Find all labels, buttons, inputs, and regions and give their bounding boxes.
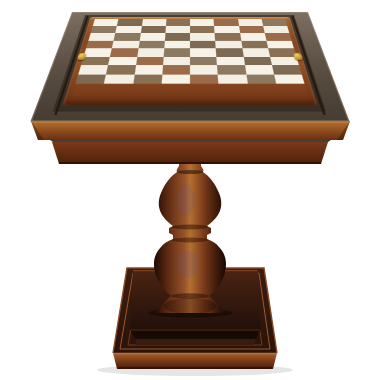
square-b6[interactable] xyxy=(114,33,141,40)
square-d5[interactable] xyxy=(164,40,190,48)
square-g4[interactable] xyxy=(242,48,270,56)
square-b7[interactable] xyxy=(116,26,142,33)
square-g8[interactable] xyxy=(238,19,263,26)
square-c4[interactable] xyxy=(137,48,164,56)
square-b8[interactable] xyxy=(117,19,142,26)
square-a8[interactable] xyxy=(93,19,119,26)
square-h6[interactable] xyxy=(264,33,291,40)
square-e4[interactable] xyxy=(190,48,217,56)
square-d7[interactable] xyxy=(165,26,190,33)
square-h8[interactable] xyxy=(261,19,287,26)
square-g3[interactable] xyxy=(243,57,272,66)
square-d2[interactable] xyxy=(162,65,190,74)
square-e2[interactable] xyxy=(190,65,218,74)
square-a6[interactable] xyxy=(88,33,115,40)
tabletop-surface xyxy=(30,12,349,121)
square-h7[interactable] xyxy=(263,26,289,33)
square-e3[interactable] xyxy=(190,57,217,66)
chess-table-photo xyxy=(0,0,380,380)
square-f8[interactable] xyxy=(214,19,239,26)
square-g1[interactable] xyxy=(246,74,276,84)
square-d1[interactable] xyxy=(161,74,190,84)
square-e7[interactable] xyxy=(190,26,215,33)
square-b5[interactable] xyxy=(112,40,139,48)
square-c3[interactable] xyxy=(136,57,164,66)
tabletop-edge xyxy=(31,121,350,144)
square-c2[interactable] xyxy=(134,65,163,74)
square-g5[interactable] xyxy=(241,40,268,48)
square-b1[interactable] xyxy=(104,74,134,84)
square-e5[interactable] xyxy=(190,40,216,48)
square-f5[interactable] xyxy=(215,40,242,48)
square-d8[interactable] xyxy=(166,19,190,26)
square-h4[interactable] xyxy=(268,48,296,56)
square-e8[interactable] xyxy=(190,19,214,26)
square-d3[interactable] xyxy=(163,57,190,66)
square-h2[interactable] xyxy=(272,65,302,74)
square-e1[interactable] xyxy=(190,74,219,84)
square-a7[interactable] xyxy=(91,26,117,33)
square-d4[interactable] xyxy=(163,48,190,56)
square-d6[interactable] xyxy=(165,33,190,40)
square-f2[interactable] xyxy=(217,65,246,74)
square-f3[interactable] xyxy=(217,57,245,66)
square-h1[interactable] xyxy=(274,74,305,84)
pedestal-column xyxy=(154,154,226,314)
square-a4[interactable] xyxy=(84,48,112,56)
square-g2[interactable] xyxy=(244,65,273,74)
square-b4[interactable] xyxy=(110,48,138,56)
square-c8[interactable] xyxy=(141,19,166,26)
square-f4[interactable] xyxy=(216,48,243,56)
square-c1[interactable] xyxy=(133,74,162,84)
square-g7[interactable] xyxy=(239,26,265,33)
square-a1[interactable] xyxy=(76,74,107,84)
square-b3[interactable] xyxy=(108,57,137,66)
square-a2[interactable] xyxy=(78,65,108,74)
square-c6[interactable] xyxy=(139,33,165,40)
square-g6[interactable] xyxy=(240,33,267,40)
square-f6[interactable] xyxy=(215,33,241,40)
square-h5[interactable] xyxy=(266,40,294,48)
square-b2[interactable] xyxy=(106,65,135,74)
chessboard xyxy=(76,19,305,84)
table-apron xyxy=(52,142,328,164)
square-c5[interactable] xyxy=(138,40,165,48)
square-a5[interactable] xyxy=(86,40,114,48)
square-e6[interactable] xyxy=(190,33,215,40)
square-c7[interactable] xyxy=(140,26,165,33)
square-f1[interactable] xyxy=(218,74,247,84)
square-f7[interactable] xyxy=(214,26,239,33)
